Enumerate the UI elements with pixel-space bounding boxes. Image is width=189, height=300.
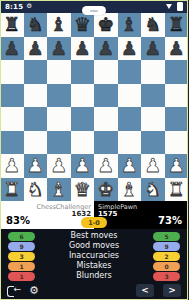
square-b1[interactable]: ♞ bbox=[24, 178, 48, 202]
notch-dash bbox=[90, 10, 98, 12]
black-good-moves-count: 9 bbox=[153, 242, 180, 251]
black-rook: ♜ bbox=[168, 15, 185, 34]
square-b6[interactable] bbox=[24, 60, 48, 84]
stat-label-inaccuracies: Inaccuracies bbox=[39, 251, 149, 261]
square-h1[interactable]: ♜ bbox=[165, 178, 189, 202]
square-b7[interactable]: ♟ bbox=[24, 37, 48, 61]
square-a4[interactable] bbox=[0, 107, 24, 131]
square-g7[interactable]: ♟ bbox=[141, 37, 165, 61]
square-e4[interactable] bbox=[94, 107, 118, 131]
white-rook: ♜ bbox=[168, 179, 185, 198]
white-inaccuracies-count: 3 bbox=[8, 252, 35, 261]
stats-row-blunders: 1Blunders3 bbox=[0, 271, 188, 281]
white-knight: ♞ bbox=[144, 179, 161, 198]
square-a6[interactable] bbox=[0, 60, 24, 84]
square-a5[interactable] bbox=[0, 84, 24, 108]
square-h2[interactable]: ♟ bbox=[165, 154, 189, 178]
square-d2[interactable]: ♟ bbox=[71, 154, 95, 178]
black-blunders-count: 3 bbox=[153, 272, 180, 281]
black-mistakes-count: 0 bbox=[153, 262, 180, 271]
square-g4[interactable] bbox=[141, 107, 165, 131]
white-bishop: ♝ bbox=[121, 179, 138, 198]
white-mistakes-count: 1 bbox=[8, 262, 35, 271]
square-e8[interactable]: ♚ bbox=[94, 13, 118, 37]
square-g3[interactable] bbox=[141, 131, 165, 155]
square-c1[interactable]: ♝ bbox=[47, 178, 71, 202]
square-d7[interactable]: ♟ bbox=[71, 37, 95, 61]
square-d8[interactable]: ♛ bbox=[71, 13, 95, 37]
stats-row-mistakes: 1Mistakes0 bbox=[0, 261, 188, 271]
square-a8[interactable]: ♜ bbox=[0, 13, 24, 37]
camera-notch-pill bbox=[82, 6, 106, 15]
black-queen: ♛ bbox=[74, 15, 91, 34]
square-f8[interactable]: ♝ bbox=[118, 13, 142, 37]
black-accuracy: 73% bbox=[158, 215, 182, 226]
black-pawn: ♟ bbox=[74, 38, 91, 57]
square-h3[interactable] bbox=[165, 131, 189, 155]
stats-row-good-moves: 9Good moves9 bbox=[0, 241, 188, 251]
stat-label-good-moves: Good moves bbox=[39, 241, 149, 251]
stat-label-best-moves: Best moves bbox=[39, 231, 149, 241]
exit-button[interactable]: ← bbox=[7, 286, 20, 296]
white-pawn: ♟ bbox=[50, 156, 67, 175]
square-g2[interactable]: ♟ bbox=[141, 154, 165, 178]
square-g1[interactable]: ♞ bbox=[141, 178, 165, 202]
status-settings-icon: ⚙ bbox=[26, 3, 32, 10]
white-best-moves-count: 6 bbox=[8, 232, 35, 241]
square-a3[interactable] bbox=[0, 131, 24, 155]
square-b4[interactable] bbox=[24, 107, 48, 131]
game-result-badge: 1-0 bbox=[81, 217, 107, 228]
settings-button[interactable]: ⚙ bbox=[29, 285, 39, 296]
square-b5[interactable] bbox=[24, 84, 48, 108]
square-b8[interactable]: ♞ bbox=[24, 13, 48, 37]
white-knight: ♞ bbox=[27, 179, 44, 198]
square-h8[interactable]: ♜ bbox=[165, 13, 189, 37]
square-c5[interactable] bbox=[47, 84, 71, 108]
white-accuracy: 83% bbox=[6, 215, 30, 226]
black-pawn: ♟ bbox=[97, 38, 114, 57]
square-a1[interactable]: ♜ bbox=[0, 178, 24, 202]
black-knight: ♞ bbox=[27, 15, 44, 34]
square-c4[interactable] bbox=[47, 107, 71, 131]
square-d6[interactable] bbox=[71, 60, 95, 84]
square-f4[interactable] bbox=[118, 107, 142, 131]
square-c8[interactable]: ♝ bbox=[47, 13, 71, 37]
square-d1[interactable]: ♛ bbox=[71, 178, 95, 202]
square-e6[interactable] bbox=[94, 60, 118, 84]
move-quality-stats: 6Best moves59Good moves93Inaccuracies21M… bbox=[0, 229, 188, 281]
square-e1[interactable]: ♚ bbox=[94, 178, 118, 202]
square-h7[interactable]: ♟ bbox=[165, 37, 189, 61]
black-rook: ♜ bbox=[3, 15, 20, 34]
chevron-right-icon: > bbox=[168, 286, 176, 295]
square-d3[interactable] bbox=[71, 131, 95, 155]
player-bar: ChessChallenger 1632 83% SimplePawn 1575… bbox=[0, 201, 188, 229]
white-pawn: ♟ bbox=[168, 156, 185, 175]
black-player-panel: SimplePawn 1575 73% bbox=[94, 201, 188, 229]
square-b2[interactable]: ♟ bbox=[24, 154, 48, 178]
stat-label-blunders: Blunders bbox=[39, 271, 149, 281]
white-queen: ♛ bbox=[74, 179, 91, 198]
stats-row-inaccuracies: 3Inaccuracies2 bbox=[0, 251, 188, 261]
square-a7[interactable]: ♟ bbox=[0, 37, 24, 61]
white-pawn: ♟ bbox=[3, 156, 20, 175]
chess-board: ♜♞♝♛♚♝♞♜♟♟♟♟♟♟♟♟♟♟♟♟♟♟♟♟♜♞♝♛♚♝♞♜ bbox=[0, 13, 188, 201]
chevron-left-icon: < bbox=[141, 286, 149, 295]
square-e2[interactable]: ♟ bbox=[94, 154, 118, 178]
black-pawn: ♟ bbox=[168, 38, 185, 57]
square-f7[interactable]: ♟ bbox=[118, 37, 142, 61]
square-c6[interactable] bbox=[47, 60, 71, 84]
black-bishop: ♝ bbox=[50, 15, 67, 34]
square-d4[interactable] bbox=[71, 107, 95, 131]
square-h6[interactable] bbox=[165, 60, 189, 84]
white-player-panel: ChessChallenger 1632 83% bbox=[0, 201, 94, 229]
previous-move-button[interactable]: < bbox=[136, 284, 154, 297]
black-pawn: ♟ bbox=[144, 38, 161, 57]
square-h4[interactable] bbox=[165, 107, 189, 131]
square-c3[interactable] bbox=[47, 131, 71, 155]
black-bishop: ♝ bbox=[121, 15, 138, 34]
black-inaccuracies-count: 2 bbox=[153, 252, 180, 261]
square-b3[interactable] bbox=[24, 131, 48, 155]
exit-arrow-icon: ← bbox=[13, 284, 21, 295]
white-good-moves-count: 9 bbox=[8, 242, 35, 251]
white-bishop: ♝ bbox=[50, 179, 67, 198]
square-g5[interactable] bbox=[141, 84, 165, 108]
black-pawn: ♟ bbox=[121, 38, 138, 57]
white-blunders-count: 1 bbox=[8, 272, 35, 281]
next-move-button[interactable]: > bbox=[163, 284, 181, 297]
bottom-toolbar: ← ⚙ < > bbox=[0, 281, 188, 300]
wifi-signal-icon bbox=[166, 4, 172, 9]
white-pawn: ♟ bbox=[121, 156, 138, 175]
white-pawn: ♟ bbox=[97, 156, 114, 175]
square-e5[interactable] bbox=[94, 84, 118, 108]
square-f1[interactable]: ♝ bbox=[118, 178, 142, 202]
stats-row-best-moves: 6Best moves5 bbox=[0, 231, 188, 241]
square-e7[interactable]: ♟ bbox=[94, 37, 118, 61]
square-f5[interactable] bbox=[118, 84, 142, 108]
square-h5[interactable] bbox=[165, 84, 189, 108]
square-f2[interactable]: ♟ bbox=[118, 154, 142, 178]
square-e3[interactable] bbox=[94, 131, 118, 155]
square-c7[interactable]: ♟ bbox=[47, 37, 71, 61]
square-d5[interactable] bbox=[71, 84, 95, 108]
square-g6[interactable] bbox=[141, 60, 165, 84]
black-pawn: ♟ bbox=[3, 38, 20, 57]
white-pawn: ♟ bbox=[27, 156, 44, 175]
app-screen: 8:15 ⚙ ♜♞♝♛♚♝♞♜♟♟♟♟♟♟♟♟♟♟♟♟♟♟♟♟♜♞♝♛♚♝♞♜ … bbox=[0, 0, 188, 300]
black-pawn: ♟ bbox=[50, 38, 67, 57]
battery-icon bbox=[177, 2, 183, 11]
square-f6[interactable] bbox=[118, 60, 142, 84]
square-a2[interactable]: ♟ bbox=[0, 154, 24, 178]
gear-icon: ⚙ bbox=[29, 284, 39, 297]
stat-label-mistakes: Mistakes bbox=[39, 261, 149, 271]
square-g8[interactable]: ♞ bbox=[141, 13, 165, 37]
clock-time: 8:15 bbox=[5, 3, 23, 11]
black-knight: ♞ bbox=[144, 15, 161, 34]
white-rook: ♜ bbox=[3, 179, 20, 198]
black-best-moves-count: 5 bbox=[153, 232, 180, 241]
white-pawn: ♟ bbox=[144, 156, 161, 175]
square-c2[interactable]: ♟ bbox=[47, 154, 71, 178]
white-king: ♚ bbox=[97, 179, 114, 198]
white-pawn: ♟ bbox=[74, 156, 91, 175]
black-king: ♚ bbox=[97, 15, 114, 34]
square-f3[interactable] bbox=[118, 131, 142, 155]
black-pawn: ♟ bbox=[27, 38, 44, 57]
